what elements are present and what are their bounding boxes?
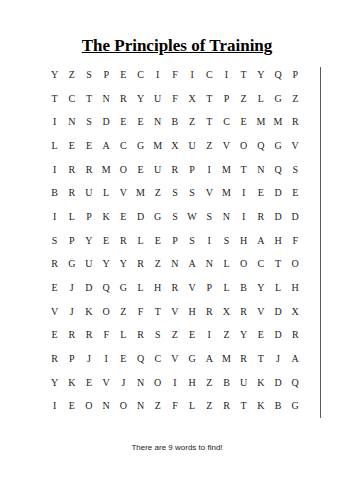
grid-cell[interactable]: Y — [132, 87, 149, 111]
grid-cell[interactable]: H — [235, 229, 252, 253]
grid-cell[interactable]: H — [184, 300, 201, 324]
grid-cell[interactable]: Z — [149, 181, 166, 205]
grid-cell[interactable]: V — [218, 134, 235, 158]
grid-cell[interactable]: Z — [184, 110, 201, 134]
grid-cell[interactable]: L — [98, 181, 115, 205]
grid-cell[interactable]: V — [252, 300, 269, 324]
grid-cell[interactable]: J — [63, 300, 80, 324]
grid-cell[interactable]: T — [252, 347, 269, 371]
grid-cell[interactable]: V — [201, 181, 218, 205]
grid-cell[interactable]: L — [132, 276, 149, 300]
grid-cell[interactable]: U — [80, 181, 97, 205]
page-title: The Principles of Training — [0, 36, 354, 56]
grid-cell[interactable]: Z — [287, 87, 304, 111]
grid-cell[interactable]: G — [149, 205, 166, 229]
grid-cell[interactable]: S — [166, 181, 183, 205]
grid-cell[interactable]: Q — [269, 158, 286, 182]
grid-cell[interactable]: R — [287, 324, 304, 348]
grid-cell[interactable]: V — [98, 371, 115, 395]
grid-cell[interactable]: U — [80, 253, 97, 277]
grid-cell[interactable]: E — [252, 181, 269, 205]
grid-cell[interactable]: R — [132, 324, 149, 348]
grid-cell[interactable]: H — [287, 276, 304, 300]
grid-cell[interactable]: I — [166, 371, 183, 395]
grid-cell[interactable]: M — [98, 158, 115, 182]
grid-cell[interactable]: T — [149, 300, 166, 324]
grid-cell[interactable]: R — [132, 253, 149, 277]
grid-cell[interactable]: R — [235, 347, 252, 371]
grid-cell[interactable]: E — [235, 110, 252, 134]
grid-cell[interactable]: B — [46, 181, 63, 205]
grid-cell[interactable]: E — [80, 134, 97, 158]
grid-cell[interactable]: L — [115, 324, 132, 348]
grid-cell[interactable]: M — [218, 158, 235, 182]
grid-cell[interactable]: E — [115, 347, 132, 371]
grid-cell[interactable]: C — [132, 63, 149, 87]
grid-cell[interactable]: Z — [201, 134, 218, 158]
grid-cell[interactable]: Y — [80, 229, 97, 253]
grid-cell[interactable]: F — [98, 324, 115, 348]
grid-cell[interactable]: P — [63, 347, 80, 371]
grid-cell[interactable]: G — [132, 134, 149, 158]
grid-cell[interactable]: C — [252, 253, 269, 277]
grid-cell[interactable]: D — [269, 300, 286, 324]
grid-cell[interactable]: L — [218, 253, 235, 277]
grid-cell[interactable]: R — [115, 87, 132, 111]
grid-cell[interactable]: I — [46, 205, 63, 229]
grid-cell[interactable]: R — [218, 395, 235, 419]
grid-cell[interactable]: E — [63, 134, 80, 158]
grid-cell[interactable]: N — [132, 395, 149, 419]
grid-cell[interactable]: G — [184, 347, 201, 371]
grid-cell[interactable]: N — [201, 253, 218, 277]
grid-cell[interactable]: A — [184, 253, 201, 277]
grid-cell[interactable]: M — [149, 134, 166, 158]
grid-cell[interactable]: W — [184, 205, 201, 229]
grid-cell[interactable]: D — [269, 181, 286, 205]
grid-cell[interactable]: E — [98, 229, 115, 253]
grid-cell[interactable]: Y — [252, 63, 269, 87]
grid-cell[interactable]: O — [235, 253, 252, 277]
grid-cell[interactable]: T — [46, 87, 63, 111]
grid-cell[interactable]: O — [115, 158, 132, 182]
grid-cell[interactable]: F — [132, 300, 149, 324]
grid-cell[interactable]: C — [201, 63, 218, 87]
grid-cell[interactable]: M — [218, 347, 235, 371]
grid-cell[interactable]: O — [235, 134, 252, 158]
grid-cell[interactable]: Q — [132, 347, 149, 371]
grid-cell[interactable]: S — [149, 324, 166, 348]
grid-cell[interactable]: S — [218, 229, 235, 253]
grid-cell[interactable]: C — [115, 134, 132, 158]
grid-cell[interactable]: J — [80, 347, 97, 371]
grid-cell[interactable]: I — [46, 395, 63, 419]
grid-cell[interactable]: L — [46, 134, 63, 158]
grid-cell[interactable]: U — [149, 158, 166, 182]
grid-cell[interactable]: B — [269, 395, 286, 419]
grid-cell[interactable]: K — [252, 395, 269, 419]
grid-cell[interactable]: R — [63, 324, 80, 348]
grid-cell[interactable]: P — [184, 158, 201, 182]
grid-cell[interactable]: X — [218, 300, 235, 324]
grid-cell[interactable]: Y — [115, 253, 132, 277]
grid-cell[interactable]: Z — [149, 253, 166, 277]
grid-cell[interactable]: N — [98, 395, 115, 419]
grid-cell[interactable]: T — [201, 87, 218, 111]
grid-cell[interactable]: P — [218, 87, 235, 111]
grid-cell[interactable]: S — [80, 110, 97, 134]
grid-cell[interactable]: Z — [149, 395, 166, 419]
grid-cell[interactable]: Q — [287, 371, 304, 395]
grid-cell[interactable]: E — [46, 276, 63, 300]
grid-cell[interactable]: T — [235, 63, 252, 87]
grid-cell[interactable]: E — [46, 324, 63, 348]
grid-cell[interactable]: Y — [252, 276, 269, 300]
worksheet-page: The Principles of Training YZSPECIFICITY… — [0, 0, 354, 500]
grid-cell[interactable]: F — [166, 63, 183, 87]
grid-cell[interactable]: E — [132, 158, 149, 182]
grid-cell[interactable]: R — [80, 158, 97, 182]
grid-cell[interactable]: G — [287, 395, 304, 419]
grid-cell[interactable]: G — [115, 276, 132, 300]
grid-cell[interactable]: A — [287, 347, 304, 371]
grid-cell[interactable]: R — [46, 253, 63, 277]
grid-cell[interactable]: S — [166, 205, 183, 229]
grid-cell[interactable]: A — [201, 347, 218, 371]
grid-cell[interactable]: D — [132, 205, 149, 229]
grid-cell[interactable]: U — [184, 134, 201, 158]
grid-cell[interactable]: N — [63, 110, 80, 134]
grid-cell[interactable]: O — [80, 395, 97, 419]
grid-cell[interactable]: P — [63, 229, 80, 253]
grid-cell[interactable]: A — [98, 134, 115, 158]
grid-cell[interactable]: D — [80, 276, 97, 300]
grid-cell[interactable]: N — [149, 110, 166, 134]
grid-cell[interactable]: B — [166, 110, 183, 134]
grid-cell[interactable]: I — [201, 229, 218, 253]
grid-cell[interactable]: S — [80, 63, 97, 87]
grid-cell[interactable]: O — [98, 300, 115, 324]
grid-cell[interactable]: K — [63, 371, 80, 395]
grid-cell[interactable]: R — [252, 205, 269, 229]
grid-cell[interactable]: R — [201, 300, 218, 324]
grid-cell[interactable]: X — [166, 134, 183, 158]
grid-cell[interactable]: G — [269, 134, 286, 158]
grid-cell[interactable]: E — [115, 110, 132, 134]
grid-cell[interactable]: V — [166, 300, 183, 324]
grid-cell[interactable]: E — [252, 324, 269, 348]
grid-cell[interactable]: S — [287, 158, 304, 182]
grid-cell[interactable]: N — [252, 158, 269, 182]
grid-cell[interactable]: U — [149, 87, 166, 111]
grid-cell[interactable]: F — [166, 395, 183, 419]
grid-cell[interactable]: Z — [201, 371, 218, 395]
grid-cell[interactable]: T — [269, 253, 286, 277]
grid-cell[interactable]: E — [149, 229, 166, 253]
grid-cell[interactable]: L — [63, 205, 80, 229]
grid-cell[interactable]: N — [166, 253, 183, 277]
grid-cell[interactable]: D — [269, 324, 286, 348]
grid-cell[interactable]: Z — [166, 324, 183, 348]
grid-cell[interactable]: M — [252, 110, 269, 134]
grid-cell[interactable]: V — [115, 181, 132, 205]
grid-cell[interactable]: I — [46, 158, 63, 182]
grid-cell[interactable]: F — [166, 87, 183, 111]
grid-cell[interactable]: I — [235, 181, 252, 205]
grid-cell[interactable]: P — [201, 276, 218, 300]
grid-cell[interactable]: T — [201, 110, 218, 134]
grid-cell[interactable]: R — [63, 181, 80, 205]
grid-cell[interactable]: P — [287, 63, 304, 87]
grid-cell[interactable]: E — [63, 395, 80, 419]
grid-cell[interactable]: F — [287, 229, 304, 253]
grid-cell[interactable]: J — [63, 276, 80, 300]
grid-cell[interactable]: V — [166, 347, 183, 371]
grid-cell[interactable]: M — [269, 110, 286, 134]
grid-cell[interactable]: R — [166, 158, 183, 182]
grid-cell[interactable]: G — [63, 253, 80, 277]
grid-cell[interactable]: V — [46, 300, 63, 324]
grid-cell[interactable]: I — [46, 110, 63, 134]
grid-cell[interactable]: Q — [269, 63, 286, 87]
grid-cell[interactable]: M — [132, 181, 149, 205]
grid-cell[interactable]: Y — [235, 324, 252, 348]
grid-cell[interactable]: P — [98, 63, 115, 87]
grid-cell[interactable]: L — [218, 276, 235, 300]
grid-cell[interactable]: A — [252, 229, 269, 253]
grid-cell[interactable]: S — [46, 229, 63, 253]
grid-cell[interactable]: P — [80, 205, 97, 229]
grid-cell[interactable]: R — [115, 229, 132, 253]
grid-cell[interactable]: L — [132, 229, 149, 253]
grid-cell[interactable]: C — [149, 347, 166, 371]
grid-cell[interactable]: N — [98, 87, 115, 111]
grid-cell[interactable]: C — [63, 87, 80, 111]
grid-cell[interactable]: H — [269, 229, 286, 253]
grid-cell[interactable]: D — [269, 205, 286, 229]
grid-cell[interactable]: D — [287, 205, 304, 229]
textbox-right-border — [320, 67, 321, 418]
grid-cell[interactable]: N — [218, 205, 235, 229]
grid-cell[interactable]: T — [235, 395, 252, 419]
grid-cell[interactable]: K — [80, 300, 97, 324]
grid-cell[interactable]: G — [269, 87, 286, 111]
grid-cell[interactable]: Q — [98, 276, 115, 300]
grid-cell[interactable]: E — [132, 110, 149, 134]
grid-cell[interactable]: J — [269, 347, 286, 371]
grid-cell[interactable]: E — [80, 371, 97, 395]
grid-cell[interactable]: J — [115, 371, 132, 395]
grid-cell[interactable]: S — [184, 181, 201, 205]
grid-cell[interactable]: M — [218, 181, 235, 205]
grid-cell[interactable]: X — [287, 300, 304, 324]
grid-cell[interactable]: S — [201, 205, 218, 229]
grid-cell[interactable]: K — [252, 371, 269, 395]
grid-cell[interactable]: R — [63, 158, 80, 182]
grid-cell[interactable]: L — [269, 276, 286, 300]
grid-cell[interactable]: O — [115, 395, 132, 419]
grid-cell[interactable]: O — [287, 253, 304, 277]
grid-cell[interactable]: R — [46, 347, 63, 371]
grid-cell[interactable]: I — [201, 324, 218, 348]
grid-cell[interactable]: R — [80, 324, 97, 348]
grid-cell[interactable]: B — [218, 371, 235, 395]
grid-cell[interactable]: D — [98, 110, 115, 134]
grid-cell[interactable]: H — [184, 371, 201, 395]
grid-cell[interactable]: Z — [235, 87, 252, 111]
grid-cell[interactable]: D — [269, 371, 286, 395]
grid-cell[interactable]: X — [184, 87, 201, 111]
grid-cell[interactable]: B — [235, 276, 252, 300]
grid-cell[interactable]: Y — [98, 253, 115, 277]
grid-cell[interactable]: H — [149, 276, 166, 300]
grid-cell[interactable]: I — [235, 205, 252, 229]
grid-cell[interactable]: I — [218, 63, 235, 87]
grid-cell[interactable]: Z — [218, 324, 235, 348]
grid-cell[interactable]: C — [218, 110, 235, 134]
grid-cell[interactable]: V — [184, 276, 201, 300]
grid-cell[interactable]: Q — [252, 134, 269, 158]
grid-cell[interactable]: R — [235, 300, 252, 324]
grid-cell[interactable]: E — [287, 181, 304, 205]
grid-cell[interactable]: T — [80, 87, 97, 111]
grid-cell[interactable]: V — [287, 134, 304, 158]
grid-cell[interactable]: U — [235, 371, 252, 395]
grid-cell[interactable]: R — [287, 110, 304, 134]
grid-cell[interactable]: Z — [201, 395, 218, 419]
grid-cell[interactable]: K — [98, 205, 115, 229]
wordsearch-grid: YZSPECIFICITYQPTCTNRYUFXTPZLGZINSDEENBZT… — [46, 63, 304, 418]
grid-cell[interactable]: E — [184, 324, 201, 348]
grid-cell[interactable]: O — [149, 371, 166, 395]
grid-cell[interactable]: Z — [115, 300, 132, 324]
grid-cell[interactable]: S — [184, 229, 201, 253]
grid-cell[interactable]: R — [166, 276, 183, 300]
grid-cell[interactable]: Y — [46, 371, 63, 395]
footer-note: There are 9 words to find! — [0, 443, 354, 452]
grid-cell[interactable]: N — [132, 371, 149, 395]
grid-cell[interactable]: Z — [63, 63, 80, 87]
grid-cell[interactable]: E — [115, 205, 132, 229]
grid-cell[interactable]: I — [98, 347, 115, 371]
grid-cell[interactable]: I — [149, 63, 166, 87]
grid-cell[interactable]: I — [201, 158, 218, 182]
grid-cell[interactable]: T — [235, 158, 252, 182]
grid-cell[interactable]: I — [184, 63, 201, 87]
grid-cell[interactable]: E — [115, 63, 132, 87]
grid-cell[interactable]: L — [184, 395, 201, 419]
grid-cell[interactable]: L — [252, 87, 269, 111]
grid-cell[interactable]: Y — [46, 63, 63, 87]
grid-cell[interactable]: P — [166, 229, 183, 253]
